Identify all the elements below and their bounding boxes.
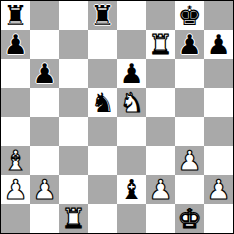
square-b4[interactable] xyxy=(30,117,59,146)
square-g5[interactable] xyxy=(175,88,204,117)
square-h6[interactable] xyxy=(204,59,233,88)
piece-black-pawn: ♟ xyxy=(32,59,56,88)
square-e2[interactable]: ♝ xyxy=(117,175,146,204)
square-g1[interactable]: ♚ xyxy=(175,204,204,233)
square-c1[interactable]: ♜ xyxy=(59,204,88,233)
piece-black-king: ♚ xyxy=(177,1,201,30)
square-f6[interactable] xyxy=(146,59,175,88)
piece-black-pawn: ♟ xyxy=(119,59,143,88)
square-b1[interactable] xyxy=(30,204,59,233)
square-g3[interactable]: ♟ xyxy=(175,146,204,175)
square-c7[interactable] xyxy=(59,30,88,59)
square-b2[interactable]: ♟ xyxy=(30,175,59,204)
square-b6[interactable]: ♟ xyxy=(30,59,59,88)
chess-board: ♜♜♚♟♜♟♟♟♟♞♞♝♟♟♟♝♟♟♜♚ xyxy=(0,0,234,234)
square-a7[interactable]: ♟ xyxy=(1,30,30,59)
square-e3[interactable] xyxy=(117,146,146,175)
square-c8[interactable] xyxy=(59,1,88,30)
square-g7[interactable]: ♟ xyxy=(175,30,204,59)
square-a3[interactable]: ♝ xyxy=(1,146,30,175)
square-d4[interactable] xyxy=(88,117,117,146)
piece-white-pawn: ♟ xyxy=(3,175,27,204)
square-h7[interactable]: ♟ xyxy=(204,30,233,59)
square-d2[interactable] xyxy=(88,175,117,204)
square-h4[interactable] xyxy=(204,117,233,146)
square-h3[interactable] xyxy=(204,146,233,175)
square-e1[interactable] xyxy=(117,204,146,233)
square-e7[interactable] xyxy=(117,30,146,59)
square-g2[interactable] xyxy=(175,175,204,204)
square-f2[interactable]: ♟ xyxy=(146,175,175,204)
square-h1[interactable] xyxy=(204,204,233,233)
piece-black-rook: ♜ xyxy=(90,1,114,30)
square-e6[interactable]: ♟ xyxy=(117,59,146,88)
square-f7[interactable]: ♜ xyxy=(146,30,175,59)
square-b8[interactable] xyxy=(30,1,59,30)
square-d3[interactable] xyxy=(88,146,117,175)
square-h5[interactable] xyxy=(204,88,233,117)
square-a5[interactable] xyxy=(1,88,30,117)
piece-black-knight: ♞ xyxy=(90,88,114,117)
piece-white-pawn: ♟ xyxy=(32,175,56,204)
square-g6[interactable] xyxy=(175,59,204,88)
square-b5[interactable] xyxy=(30,88,59,117)
piece-white-king: ♚ xyxy=(177,204,201,233)
piece-white-rook: ♜ xyxy=(148,30,172,59)
piece-black-rook: ♜ xyxy=(3,1,27,30)
square-g8[interactable]: ♚ xyxy=(175,1,204,30)
piece-white-bishop: ♝ xyxy=(3,146,27,175)
square-e4[interactable] xyxy=(117,117,146,146)
square-c3[interactable] xyxy=(59,146,88,175)
piece-white-pawn: ♟ xyxy=(148,175,172,204)
square-b7[interactable] xyxy=(30,30,59,59)
square-a6[interactable] xyxy=(1,59,30,88)
square-a8[interactable]: ♜ xyxy=(1,1,30,30)
square-g4[interactable] xyxy=(175,117,204,146)
square-c5[interactable] xyxy=(59,88,88,117)
square-f4[interactable] xyxy=(146,117,175,146)
square-e5[interactable]: ♞ xyxy=(117,88,146,117)
square-d1[interactable] xyxy=(88,204,117,233)
square-b3[interactable] xyxy=(30,146,59,175)
square-a2[interactable]: ♟ xyxy=(1,175,30,204)
square-a1[interactable] xyxy=(1,204,30,233)
square-d8[interactable]: ♜ xyxy=(88,1,117,30)
square-e8[interactable] xyxy=(117,1,146,30)
piece-white-knight: ♞ xyxy=(119,88,143,117)
square-d5[interactable]: ♞ xyxy=(88,88,117,117)
piece-white-rook: ♜ xyxy=(61,204,85,233)
square-a4[interactable] xyxy=(1,117,30,146)
square-c4[interactable] xyxy=(59,117,88,146)
square-c2[interactable] xyxy=(59,175,88,204)
square-f3[interactable] xyxy=(146,146,175,175)
square-f8[interactable] xyxy=(146,1,175,30)
piece-black-pawn: ♟ xyxy=(206,30,230,59)
piece-white-pawn: ♟ xyxy=(177,146,201,175)
square-h2[interactable]: ♟ xyxy=(204,175,233,204)
square-f1[interactable] xyxy=(146,204,175,233)
square-d7[interactable] xyxy=(88,30,117,59)
square-h8[interactable] xyxy=(204,1,233,30)
square-c6[interactable] xyxy=(59,59,88,88)
piece-black-pawn: ♟ xyxy=(177,30,201,59)
square-d6[interactable] xyxy=(88,59,117,88)
piece-black-pawn: ♟ xyxy=(3,30,27,59)
piece-white-pawn: ♟ xyxy=(206,175,230,204)
square-f5[interactable] xyxy=(146,88,175,117)
piece-black-bishop: ♝ xyxy=(119,175,143,204)
